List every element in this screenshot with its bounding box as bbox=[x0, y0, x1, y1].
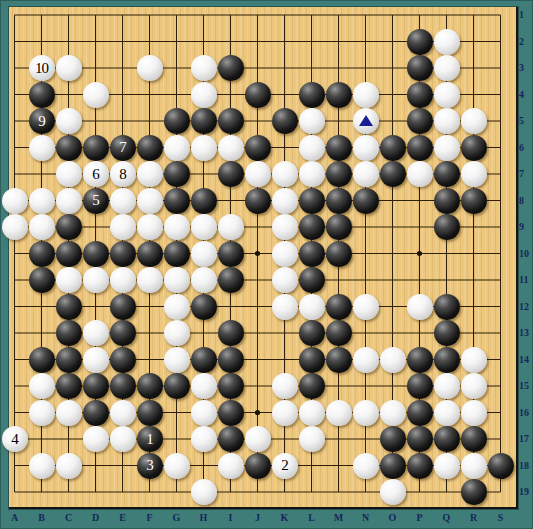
row-label-19: 19 bbox=[519, 486, 533, 497]
black-stone-F16[interactable] bbox=[137, 400, 163, 426]
column-label-L: L bbox=[303, 512, 321, 523]
black-stone-L11[interactable] bbox=[299, 267, 325, 293]
white-stone-P7[interactable] bbox=[407, 161, 433, 187]
white-stone-L16[interactable] bbox=[299, 400, 325, 426]
black-stone-D8[interactable]: 5 bbox=[83, 188, 109, 214]
row-label-15: 15 bbox=[519, 380, 533, 391]
black-stone-I10[interactable] bbox=[218, 241, 244, 267]
row-label-3: 3 bbox=[519, 62, 533, 73]
black-stone-P4[interactable] bbox=[407, 82, 433, 108]
move-number-label: 8 bbox=[119, 167, 126, 182]
black-stone-Q7[interactable] bbox=[434, 161, 460, 187]
white-stone-K11[interactable] bbox=[272, 267, 298, 293]
white-stone-N14[interactable] bbox=[353, 347, 379, 373]
column-label-E: E bbox=[114, 512, 132, 523]
row-label-2: 2 bbox=[519, 36, 533, 47]
white-stone-D4[interactable] bbox=[83, 82, 109, 108]
white-stone-A8[interactable] bbox=[2, 188, 28, 214]
white-stone-B9[interactable] bbox=[29, 214, 55, 240]
white-stone-N12[interactable] bbox=[353, 294, 379, 320]
white-stone-L5[interactable] bbox=[299, 108, 325, 134]
black-stone-P17[interactable] bbox=[407, 426, 433, 452]
black-stone-I11[interactable] bbox=[218, 267, 244, 293]
black-stone-F6[interactable] bbox=[137, 135, 163, 161]
white-stone-K8[interactable] bbox=[272, 188, 298, 214]
white-stone-G14[interactable] bbox=[164, 347, 190, 373]
white-stone-F11[interactable] bbox=[137, 267, 163, 293]
black-stone-I13[interactable] bbox=[218, 320, 244, 346]
row-label-14: 14 bbox=[519, 354, 533, 365]
white-stone-R7[interactable] bbox=[461, 161, 487, 187]
black-stone-M10[interactable] bbox=[326, 241, 352, 267]
white-stone-E9[interactable] bbox=[110, 214, 136, 240]
move-number-label: 4 bbox=[11, 432, 18, 447]
black-stone-I14[interactable] bbox=[218, 347, 244, 373]
white-stone-F9[interactable] bbox=[137, 214, 163, 240]
white-stone-G18[interactable] bbox=[164, 453, 190, 479]
black-stone-G8[interactable] bbox=[164, 188, 190, 214]
white-stone-Q16[interactable] bbox=[434, 400, 460, 426]
white-stone-R15[interactable] bbox=[461, 373, 487, 399]
black-stone-O18[interactable] bbox=[380, 453, 406, 479]
black-stone-O17[interactable] bbox=[380, 426, 406, 452]
black-stone-E15[interactable] bbox=[110, 373, 136, 399]
white-stone-O16[interactable] bbox=[380, 400, 406, 426]
white-stone-A9[interactable] bbox=[2, 214, 28, 240]
row-label-8: 8 bbox=[519, 195, 533, 206]
black-stone-L10[interactable] bbox=[299, 241, 325, 267]
row-label-9: 9 bbox=[519, 221, 533, 232]
move-number-label: 1 bbox=[146, 432, 153, 447]
black-stone-B5[interactable]: 9 bbox=[29, 108, 55, 134]
column-label-A: A bbox=[6, 512, 24, 523]
white-stone-I9[interactable] bbox=[218, 214, 244, 240]
black-stone-J18[interactable] bbox=[245, 453, 271, 479]
white-stone-G11[interactable] bbox=[164, 267, 190, 293]
black-stone-L15[interactable] bbox=[299, 373, 325, 399]
white-stone-C18[interactable] bbox=[56, 453, 82, 479]
black-stone-B11[interactable] bbox=[29, 267, 55, 293]
white-stone-E17[interactable] bbox=[110, 426, 136, 452]
column-label-S: S bbox=[492, 512, 510, 523]
go-board[interactable]: 10976854132 bbox=[9, 7, 518, 509]
white-stone-F8[interactable] bbox=[137, 188, 163, 214]
white-stone-G6[interactable] bbox=[164, 135, 190, 161]
white-stone-A17[interactable]: 4 bbox=[2, 426, 28, 452]
black-stone-M4[interactable] bbox=[326, 82, 352, 108]
black-stone-L9[interactable] bbox=[299, 214, 325, 240]
white-stone-Q5[interactable] bbox=[434, 108, 460, 134]
black-stone-H12[interactable] bbox=[191, 294, 217, 320]
black-stone-B10[interactable] bbox=[29, 241, 55, 267]
white-stone-C11[interactable] bbox=[56, 267, 82, 293]
column-label-D: D bbox=[87, 512, 105, 523]
white-stone-R18[interactable] bbox=[461, 453, 487, 479]
white-stone-H9[interactable] bbox=[191, 214, 217, 240]
row-label-10: 10 bbox=[519, 248, 533, 259]
column-label-G: G bbox=[168, 512, 186, 523]
white-stone-N6[interactable] bbox=[353, 135, 379, 161]
column-label-I: I bbox=[222, 512, 240, 523]
black-stone-J8[interactable] bbox=[245, 188, 271, 214]
black-stone-P14[interactable] bbox=[407, 347, 433, 373]
white-stone-L6[interactable] bbox=[299, 135, 325, 161]
black-stone-G15[interactable] bbox=[164, 373, 190, 399]
white-stone-C5[interactable] bbox=[56, 108, 82, 134]
black-stone-P18[interactable] bbox=[407, 453, 433, 479]
black-stone-F17[interactable]: 1 bbox=[137, 426, 163, 452]
column-label-F: F bbox=[141, 512, 159, 523]
black-stone-G10[interactable] bbox=[164, 241, 190, 267]
column-label-C: C bbox=[60, 512, 78, 523]
move-number-label: 6 bbox=[92, 167, 99, 182]
black-stone-D6[interactable] bbox=[83, 135, 109, 161]
black-stone-I16[interactable] bbox=[218, 400, 244, 426]
white-stone-G9[interactable] bbox=[164, 214, 190, 240]
white-stone-N7[interactable] bbox=[353, 161, 379, 187]
column-label-B: B bbox=[33, 512, 51, 523]
black-stone-E6[interactable]: 7 bbox=[110, 135, 136, 161]
row-label-12: 12 bbox=[519, 301, 533, 312]
white-stone-K7[interactable] bbox=[272, 161, 298, 187]
white-stone-H19[interactable] bbox=[191, 479, 217, 505]
white-stone-D14[interactable] bbox=[83, 347, 109, 373]
go-app-window: 10976854132 ABCDEFGHIJKLMNOPQRS123456789… bbox=[0, 0, 533, 529]
white-stone-Q15[interactable] bbox=[434, 373, 460, 399]
black-stone-J6[interactable] bbox=[245, 135, 271, 161]
white-stone-I18[interactable] bbox=[218, 453, 244, 479]
white-stone-H10[interactable] bbox=[191, 241, 217, 267]
black-stone-E10[interactable] bbox=[110, 241, 136, 267]
white-stone-H17[interactable] bbox=[191, 426, 217, 452]
black-stone-G5[interactable] bbox=[164, 108, 190, 134]
black-stone-P15[interactable] bbox=[407, 373, 433, 399]
white-stone-B6[interactable] bbox=[29, 135, 55, 161]
black-stone-E14[interactable] bbox=[110, 347, 136, 373]
white-stone-L7[interactable] bbox=[299, 161, 325, 187]
black-stone-O6[interactable] bbox=[380, 135, 406, 161]
column-label-K: K bbox=[276, 512, 294, 523]
black-stone-I5[interactable] bbox=[218, 108, 244, 134]
white-stone-D17[interactable] bbox=[83, 426, 109, 452]
white-stone-Q4[interactable] bbox=[434, 82, 460, 108]
row-label-11: 11 bbox=[519, 274, 533, 285]
black-stone-Q13[interactable] bbox=[434, 320, 460, 346]
black-stone-H5[interactable] bbox=[191, 108, 217, 134]
black-stone-M12[interactable] bbox=[326, 294, 352, 320]
white-stone-C16[interactable] bbox=[56, 400, 82, 426]
black-stone-M14[interactable] bbox=[326, 347, 352, 373]
black-stone-G7[interactable] bbox=[164, 161, 190, 187]
black-stone-F10[interactable] bbox=[137, 241, 163, 267]
black-stone-M7[interactable] bbox=[326, 161, 352, 187]
white-stone-B16[interactable] bbox=[29, 400, 55, 426]
black-stone-L13[interactable] bbox=[299, 320, 325, 346]
black-stone-I17[interactable] bbox=[218, 426, 244, 452]
black-stone-B14[interactable] bbox=[29, 347, 55, 373]
black-stone-H8[interactable] bbox=[191, 188, 217, 214]
black-stone-H14[interactable] bbox=[191, 347, 217, 373]
white-stone-H4[interactable] bbox=[191, 82, 217, 108]
white-stone-D13[interactable] bbox=[83, 320, 109, 346]
black-stone-D15[interactable] bbox=[83, 373, 109, 399]
white-stone-E11[interactable] bbox=[110, 267, 136, 293]
column-label-Q: Q bbox=[438, 512, 456, 523]
white-stone-H3[interactable] bbox=[191, 55, 217, 81]
black-stone-P6[interactable] bbox=[407, 135, 433, 161]
column-label-R: R bbox=[465, 512, 483, 523]
black-stone-P2[interactable] bbox=[407, 29, 433, 55]
white-stone-H15[interactable] bbox=[191, 373, 217, 399]
white-stone-Q3[interactable] bbox=[434, 55, 460, 81]
black-stone-C13[interactable] bbox=[56, 320, 82, 346]
black-stone-Q9[interactable] bbox=[434, 214, 460, 240]
white-stone-K9[interactable] bbox=[272, 214, 298, 240]
white-stone-L12[interactable] bbox=[299, 294, 325, 320]
move-number-label: 2 bbox=[281, 458, 288, 473]
black-stone-P16[interactable] bbox=[407, 400, 433, 426]
black-stone-C9[interactable] bbox=[56, 214, 82, 240]
column-label-M: M bbox=[330, 512, 348, 523]
white-stone-E16[interactable] bbox=[110, 400, 136, 426]
black-stone-Q8[interactable] bbox=[434, 188, 460, 214]
white-stone-H6[interactable] bbox=[191, 135, 217, 161]
white-stone-N4[interactable] bbox=[353, 82, 379, 108]
row-label-16: 16 bbox=[519, 407, 533, 418]
black-stone-R8[interactable] bbox=[461, 188, 487, 214]
row-label-6: 6 bbox=[519, 142, 533, 153]
column-label-J: J bbox=[249, 512, 267, 523]
black-stone-E12[interactable] bbox=[110, 294, 136, 320]
black-stone-R19[interactable] bbox=[461, 479, 487, 505]
black-stone-E13[interactable] bbox=[110, 320, 136, 346]
white-stone-Q2[interactable] bbox=[434, 29, 460, 55]
row-label-7: 7 bbox=[519, 168, 533, 179]
white-stone-K12[interactable] bbox=[272, 294, 298, 320]
black-stone-J4[interactable] bbox=[245, 82, 271, 108]
row-label-13: 13 bbox=[519, 327, 533, 338]
white-stone-C3[interactable] bbox=[56, 55, 82, 81]
white-stone-F3[interactable] bbox=[137, 55, 163, 81]
black-stone-D10[interactable] bbox=[83, 241, 109, 267]
move-number-label: 10 bbox=[35, 61, 48, 76]
white-stone-B3[interactable]: 10 bbox=[29, 55, 55, 81]
white-stone-O14[interactable] bbox=[380, 347, 406, 373]
column-label-H: H bbox=[195, 512, 213, 523]
black-stone-S18[interactable] bbox=[488, 453, 514, 479]
white-stone-F7[interactable] bbox=[137, 161, 163, 187]
black-stone-R6[interactable] bbox=[461, 135, 487, 161]
white-stone-H16[interactable] bbox=[191, 400, 217, 426]
move-number-label: 5 bbox=[92, 193, 99, 208]
white-stone-R14[interactable] bbox=[461, 347, 487, 373]
white-stone-I6[interactable] bbox=[218, 135, 244, 161]
black-stone-Q17[interactable] bbox=[434, 426, 460, 452]
white-stone-D11[interactable] bbox=[83, 267, 109, 293]
row-label-17: 17 bbox=[519, 433, 533, 444]
black-stone-C15[interactable] bbox=[56, 373, 82, 399]
black-stone-B4[interactable] bbox=[29, 82, 55, 108]
black-stone-Q14[interactable] bbox=[434, 347, 460, 373]
black-stone-M6[interactable] bbox=[326, 135, 352, 161]
white-stone-B18[interactable] bbox=[29, 453, 55, 479]
white-stone-H11[interactable] bbox=[191, 267, 217, 293]
move-number-label: 3 bbox=[146, 458, 153, 473]
black-stone-M9[interactable] bbox=[326, 214, 352, 240]
black-stone-F18[interactable]: 3 bbox=[137, 453, 163, 479]
white-stone-K18[interactable]: 2 bbox=[272, 453, 298, 479]
black-stone-L14[interactable] bbox=[299, 347, 325, 373]
white-stone-G13[interactable] bbox=[164, 320, 190, 346]
black-stone-K5[interactable] bbox=[272, 108, 298, 134]
white-stone-Q6[interactable] bbox=[434, 135, 460, 161]
black-stone-I15[interactable] bbox=[218, 373, 244, 399]
white-stone-R5[interactable] bbox=[461, 108, 487, 134]
white-stone-E8[interactable] bbox=[110, 188, 136, 214]
white-stone-D7[interactable]: 6 bbox=[83, 161, 109, 187]
row-label-1: 1 bbox=[519, 9, 533, 20]
white-stone-J7[interactable] bbox=[245, 161, 271, 187]
white-stone-Q18[interactable] bbox=[434, 453, 460, 479]
white-stone-C8[interactable] bbox=[56, 188, 82, 214]
black-stone-Q12[interactable] bbox=[434, 294, 460, 320]
white-stone-M16[interactable] bbox=[326, 400, 352, 426]
white-stone-B8[interactable] bbox=[29, 188, 55, 214]
white-stone-B15[interactable] bbox=[29, 373, 55, 399]
move-number-label: 7 bbox=[119, 140, 126, 155]
black-stone-I7[interactable] bbox=[218, 161, 244, 187]
move-number-label: 9 bbox=[38, 114, 45, 129]
black-stone-P5[interactable] bbox=[407, 108, 433, 134]
white-stone-J17[interactable] bbox=[245, 426, 271, 452]
row-label-4: 4 bbox=[519, 89, 533, 100]
white-stone-N16[interactable] bbox=[353, 400, 379, 426]
black-stone-C10[interactable] bbox=[56, 241, 82, 267]
black-stone-N8[interactable] bbox=[353, 188, 379, 214]
white-stone-C7[interactable] bbox=[56, 161, 82, 187]
white-stone-G12[interactable] bbox=[164, 294, 190, 320]
black-stone-C12[interactable] bbox=[56, 294, 82, 320]
black-stone-F15[interactable] bbox=[137, 373, 163, 399]
white-stone-K16[interactable] bbox=[272, 400, 298, 426]
row-label-5: 5 bbox=[519, 115, 533, 126]
triangle-marker bbox=[359, 115, 373, 126]
white-stone-O19[interactable] bbox=[380, 479, 406, 505]
black-stone-M13[interactable] bbox=[326, 320, 352, 346]
black-stone-P3[interactable] bbox=[407, 55, 433, 81]
column-label-P: P bbox=[411, 512, 429, 523]
white-stone-K10[interactable] bbox=[272, 241, 298, 267]
black-stone-L8[interactable] bbox=[299, 188, 325, 214]
column-label-O: O bbox=[384, 512, 402, 523]
white-stone-E7[interactable]: 8 bbox=[110, 161, 136, 187]
row-label-18: 18 bbox=[519, 460, 533, 471]
black-stone-L4[interactable] bbox=[299, 82, 325, 108]
white-stone-R16[interactable] bbox=[461, 400, 487, 426]
column-label-N: N bbox=[357, 512, 375, 523]
black-stone-R17[interactable] bbox=[461, 426, 487, 452]
black-stone-M8[interactable] bbox=[326, 188, 352, 214]
white-stone-N18[interactable] bbox=[353, 453, 379, 479]
white-stone-P12[interactable] bbox=[407, 294, 433, 320]
black-stone-O7[interactable] bbox=[380, 161, 406, 187]
black-stone-C14[interactable] bbox=[56, 347, 82, 373]
white-stone-K15[interactable] bbox=[272, 373, 298, 399]
black-stone-I3[interactable] bbox=[218, 55, 244, 81]
black-stone-C6[interactable] bbox=[56, 135, 82, 161]
white-stone-L17[interactable] bbox=[299, 426, 325, 452]
black-stone-D16[interactable] bbox=[83, 400, 109, 426]
